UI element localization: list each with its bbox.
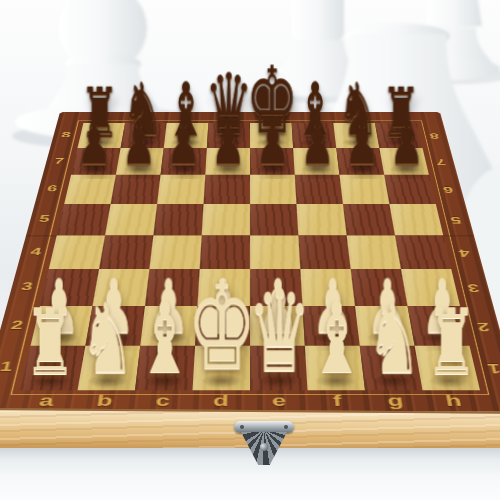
square-c7: ♟ xyxy=(161,148,207,175)
square-e5 xyxy=(250,204,298,235)
black-pawn: ♟ xyxy=(77,113,111,173)
black-pawn: ♟ xyxy=(210,113,244,173)
clasp-plate xyxy=(234,421,294,433)
chess-board: ♜♞♝♛♚♝♞♜♟♟♟♟♟♟♟♟♟♟♟♟♟♟♟♟♜♞♝♚♛♝♞♜ 8765432… xyxy=(0,112,500,412)
rank-label-7: 7 xyxy=(427,148,455,175)
square-f6 xyxy=(295,175,343,204)
white-king: ♚ xyxy=(186,264,256,387)
rank-label-8: 8 xyxy=(52,123,79,148)
square-h7: ♟ xyxy=(379,148,429,175)
product-photo-scene: ♜♞♝♛♚♝♞♜♟♟♟♟♟♟♟♟♟♟♟♟♟♟♟♟♜♞♝♚♛♝♞♜ 8765432… xyxy=(0,0,500,500)
white-bishop: ♝ xyxy=(308,289,364,388)
square-d6 xyxy=(204,175,250,204)
square-c6 xyxy=(157,175,205,204)
white-rook: ♜ xyxy=(23,296,75,388)
file-label-e: e xyxy=(250,391,309,412)
square-h6 xyxy=(384,175,436,204)
square-e6 xyxy=(250,175,296,204)
square-c5 xyxy=(153,204,203,235)
file-label-h: h xyxy=(423,391,485,412)
file-label-g: g xyxy=(365,391,426,412)
white-knight: ♞ xyxy=(366,291,421,388)
square-b6 xyxy=(111,175,161,204)
metal-clasp xyxy=(232,419,296,467)
file-label-f: f xyxy=(308,391,368,412)
square-d7: ♟ xyxy=(205,148,250,175)
square-d5 xyxy=(202,204,250,235)
rank-label-6: 6 xyxy=(433,175,463,204)
white-knight: ♞ xyxy=(79,291,134,388)
white-bishop: ♝ xyxy=(136,289,192,388)
square-h1: ♜ xyxy=(415,346,480,390)
square-e1: ♛ xyxy=(250,346,307,390)
square-a6 xyxy=(64,175,116,204)
clasp-screw xyxy=(260,443,268,451)
square-g1: ♞ xyxy=(360,346,423,390)
white-rook: ♜ xyxy=(425,296,477,388)
square-g6 xyxy=(339,175,389,204)
square-g7: ♟ xyxy=(336,148,384,175)
square-a5 xyxy=(57,204,111,235)
black-pawn: ♟ xyxy=(389,113,423,173)
square-b5 xyxy=(105,204,157,235)
black-pawn: ♟ xyxy=(344,113,378,173)
square-b1: ♞ xyxy=(78,346,141,390)
square-a7: ♟ xyxy=(71,148,121,175)
rank-label-6: 6 xyxy=(37,175,67,204)
board-grid: ♜♞♝♛♚♝♞♜♟♟♟♟♟♟♟♟♟♟♟♟♟♟♟♟♜♞♝♚♛♝♞♜ xyxy=(20,123,480,390)
square-d1: ♚ xyxy=(193,346,250,390)
rank-label-7: 7 xyxy=(45,148,73,175)
square-f5 xyxy=(296,204,346,235)
square-b7: ♟ xyxy=(116,148,164,175)
rank-label-5: 5 xyxy=(440,204,471,235)
square-f7: ♟ xyxy=(293,148,339,175)
white-queen: ♛ xyxy=(247,275,311,388)
square-f1: ♝ xyxy=(305,346,365,390)
square-e7: ♟ xyxy=(250,148,295,175)
rank-label-8: 8 xyxy=(421,123,448,148)
black-pawn: ♟ xyxy=(300,113,334,173)
black-pawn: ♟ xyxy=(121,113,155,173)
square-a1: ♜ xyxy=(20,346,85,390)
square-g5 xyxy=(343,204,395,235)
rank-label-5: 5 xyxy=(28,204,59,235)
black-pawn: ♟ xyxy=(166,113,200,173)
black-pawn: ♟ xyxy=(255,113,289,173)
square-h5 xyxy=(389,204,443,235)
